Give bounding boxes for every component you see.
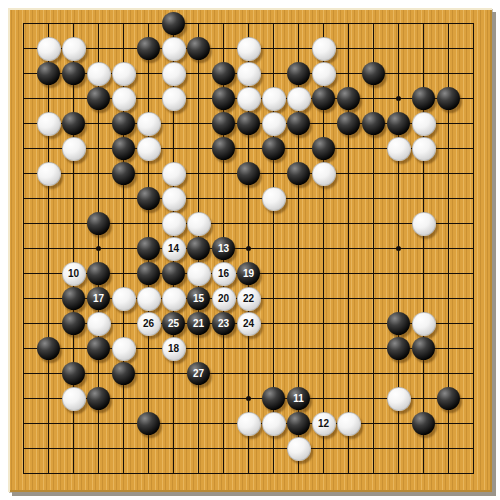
white-stone [37,37,61,61]
black-stone [337,87,360,110]
move-number-label: 17 [93,294,104,304]
black-stone [287,162,310,185]
black-stone [112,162,135,185]
white-stone [387,137,411,161]
white-stone [262,412,286,436]
white-stone [137,287,161,311]
white-stone [287,437,311,461]
black-stone [437,387,460,410]
white-stone: 10 [62,262,86,286]
move-number-label: 16 [218,269,229,279]
black-stone [112,362,135,385]
white-stone [312,37,336,61]
white-stone [237,412,261,436]
black-stone [137,262,160,285]
white-stone [112,337,136,361]
white-stone [262,187,286,211]
white-stone [237,87,261,111]
black-stone [112,137,135,160]
white-stone [162,87,186,111]
black-stone [287,112,310,135]
white-stone [287,87,311,111]
white-stone [112,62,136,86]
black-stone: 17 [87,287,110,310]
black-stone [237,112,260,135]
white-stone [312,162,336,186]
black-stone [387,112,410,135]
black-stone [62,362,85,385]
white-stone: 20 [212,287,236,311]
black-stone [212,112,235,135]
white-stone [62,387,86,411]
stone-grid: 141310161917152022262521232418271112 [11,11,486,486]
move-number-label: 22 [243,294,254,304]
black-stone [412,412,435,435]
black-stone [87,212,110,235]
white-stone [112,287,136,311]
white-stone [412,312,436,336]
black-stone [137,37,160,60]
white-stone [262,112,286,136]
black-stone [237,162,260,185]
white-stone [412,112,436,136]
move-number-label: 23 [218,319,229,329]
white-stone [137,112,161,136]
white-stone [187,262,211,286]
black-stone [137,412,160,435]
black-stone [337,112,360,135]
white-stone: 24 [237,312,261,336]
black-stone [137,237,160,260]
black-stone: 19 [237,262,260,285]
white-stone [162,62,186,86]
white-stone: 16 [212,262,236,286]
white-stone [337,412,361,436]
black-stone: 13 [212,237,235,260]
black-stone [262,137,285,160]
move-number-label: 27 [193,369,204,379]
black-stone [362,62,385,85]
white-stone [162,162,186,186]
black-stone: 21 [187,312,210,335]
white-stone [37,112,61,136]
black-stone [412,337,435,360]
black-stone [162,262,185,285]
black-stone [62,112,85,135]
black-stone: 11 [287,387,310,410]
black-stone [37,337,60,360]
white-stone [412,212,436,236]
white-stone [237,62,261,86]
black-stone [62,312,85,335]
black-stone: 15 [187,287,210,310]
move-number-label: 26 [143,319,154,329]
black-stone [212,137,235,160]
black-stone [437,87,460,110]
black-stone [87,387,110,410]
move-number-label: 25 [168,319,179,329]
white-stone [87,62,111,86]
black-stone [62,62,85,85]
black-stone [362,112,385,135]
white-stone: 26 [137,312,161,336]
black-stone [412,87,435,110]
black-stone [162,12,185,35]
white-stone: 12 [312,412,336,436]
black-stone [312,87,335,110]
white-stone [262,87,286,111]
black-stone [37,62,60,85]
black-stone [137,187,160,210]
white-stone [312,62,336,86]
black-stone: 27 [187,362,210,385]
move-number-label: 14 [168,244,179,254]
black-stone [287,412,310,435]
white-stone [37,162,61,186]
black-stone [187,37,210,60]
white-stone [62,137,86,161]
black-stone: 23 [212,312,235,335]
black-stone [87,337,110,360]
white-stone [237,37,261,61]
move-number-label: 10 [68,269,79,279]
move-number-label: 19 [243,269,254,279]
move-number-label: 13 [218,244,229,254]
white-stone: 18 [162,337,186,361]
move-number-label: 24 [243,319,254,329]
go-board[interactable]: 141310161917152022262521232418271112 [8,8,492,492]
white-stone [137,137,161,161]
white-stone [387,387,411,411]
move-number-label: 18 [168,344,179,354]
move-number-label: 15 [193,294,204,304]
black-stone [287,62,310,85]
white-stone [162,37,186,61]
black-stone [387,337,410,360]
black-stone [212,87,235,110]
white-stone [412,137,436,161]
white-stone [162,212,186,236]
white-stone [62,37,86,61]
black-stone [62,287,85,310]
white-stone: 22 [237,287,261,311]
move-number-label: 20 [218,294,229,304]
white-stone: 14 [162,237,186,261]
black-stone [387,312,410,335]
white-stone [162,287,186,311]
black-stone [112,112,135,135]
white-stone [187,212,211,236]
move-number-label: 21 [193,319,204,329]
black-stone: 25 [162,312,185,335]
black-stone [312,137,335,160]
black-stone [87,262,110,285]
black-stone [262,387,285,410]
black-stone [187,237,210,260]
white-stone [162,187,186,211]
white-stone [112,87,136,111]
black-stone [87,87,110,110]
move-number-label: 11 [293,394,304,404]
black-stone [212,62,235,85]
move-number-label: 12 [318,419,329,429]
white-stone [87,312,111,336]
